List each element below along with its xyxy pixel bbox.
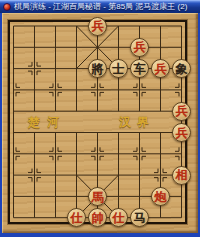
piece-red-soldier[interactable]: 兵: [172, 123, 191, 142]
piece-black-chariot[interactable]: 车: [130, 59, 149, 78]
piece-red-advisor[interactable]: 仕: [109, 208, 128, 227]
piece-red-advisor[interactable]: 仕: [67, 208, 86, 227]
piece-red-soldier[interactable]: 兵: [151, 59, 170, 78]
piece-black-horse[interactable]: 马: [130, 208, 149, 227]
piece-black-general[interactable]: 將: [88, 59, 107, 78]
piece-red-soldier[interactable]: 兵: [172, 102, 191, 121]
piece-red-soldier[interactable]: 兵: [88, 17, 107, 36]
piece-black-elephant[interactable]: 象: [172, 59, 191, 78]
board-frame: 楚河 汉界 兵兵將士车兵象兵兵相馬炮仕帥仕马: [2, 13, 198, 233]
window-title: 棋局演练 - 江湖百局秘谱 - 第85局 泥马渡康王 (2): [14, 1, 187, 13]
piece-red-soldier[interactable]: 兵: [130, 38, 149, 57]
piece-red-horse[interactable]: 馬: [88, 187, 107, 206]
piece-red-general[interactable]: 帥: [88, 208, 107, 227]
app-icon: [3, 3, 11, 11]
piece-red-cannon[interactable]: 炮: [151, 187, 170, 206]
titlebar: 棋局演练 - 江湖百局秘谱 - 第85局 泥马渡康王 (2): [0, 0, 200, 13]
piece-layer: 兵兵將士车兵象兵兵相馬炮仕帥仕马: [3, 16, 192, 229]
piece-red-elephant[interactable]: 相: [172, 166, 191, 185]
piece-black-advisor[interactable]: 士: [109, 59, 128, 78]
app-window: 棋局演练 - 江湖百局秘谱 - 第85局 泥马渡康王 (2): [0, 0, 200, 237]
xiangqi-board[interactable]: 楚河 汉界 兵兵將士车兵象兵兵相馬炮仕帥仕马: [8, 20, 187, 224]
